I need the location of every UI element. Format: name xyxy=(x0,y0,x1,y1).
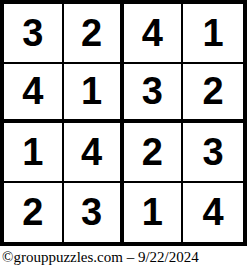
cell-r2c4[interactable]: 2 xyxy=(183,64,243,124)
cell-value: 3 xyxy=(22,14,43,52)
cell-value: 4 xyxy=(22,72,43,110)
cell-value: 2 xyxy=(203,72,224,110)
cell-r2c1[interactable]: 4 xyxy=(4,64,64,124)
cell-r1c1[interactable]: 3 xyxy=(4,4,64,64)
cell-r3c4[interactable]: 3 xyxy=(183,123,243,183)
credit-line: ©grouppuzzles.com – 9/22/2024 xyxy=(2,249,199,266)
cell-r1c4[interactable]: 1 xyxy=(183,4,243,64)
cell-value: 1 xyxy=(142,193,163,231)
cell-r1c2[interactable]: 2 xyxy=(64,4,124,64)
cell-value: 1 xyxy=(22,133,43,171)
sudoku-board: 3 2 4 1 4 1 3 2 1 4 2 3 2 3 1 4 xyxy=(0,0,247,246)
puzzle-page: 3 2 4 1 4 1 3 2 1 4 2 3 2 3 1 4 ©grouppu… xyxy=(0,0,247,269)
cell-value: 1 xyxy=(81,72,102,110)
cell-r4c3[interactable]: 1 xyxy=(124,183,184,243)
cell-r4c2[interactable]: 3 xyxy=(64,183,124,243)
cell-r2c3[interactable]: 3 xyxy=(124,64,184,124)
cell-value: 3 xyxy=(203,133,224,171)
cell-value: 4 xyxy=(142,14,163,52)
cell-value: 1 xyxy=(203,14,224,52)
cell-r3c2[interactable]: 4 xyxy=(64,123,124,183)
cell-value: 4 xyxy=(203,193,224,231)
cell-r3c3[interactable]: 2 xyxy=(124,123,184,183)
cell-r1c3[interactable]: 4 xyxy=(124,4,184,64)
cell-value: 4 xyxy=(81,133,102,171)
cell-value: 2 xyxy=(142,133,163,171)
cell-value: 3 xyxy=(142,72,163,110)
credit-text: ©grouppuzzles.com – 9/22/2024 xyxy=(2,249,199,265)
cell-r4c4[interactable]: 4 xyxy=(183,183,243,243)
cell-value: 2 xyxy=(22,193,43,231)
cell-value: 2 xyxy=(81,14,102,52)
cell-value: 3 xyxy=(81,193,102,231)
cell-r3c1[interactable]: 1 xyxy=(4,123,64,183)
cell-r4c1[interactable]: 2 xyxy=(4,183,64,243)
cell-r2c2[interactable]: 1 xyxy=(64,64,124,124)
